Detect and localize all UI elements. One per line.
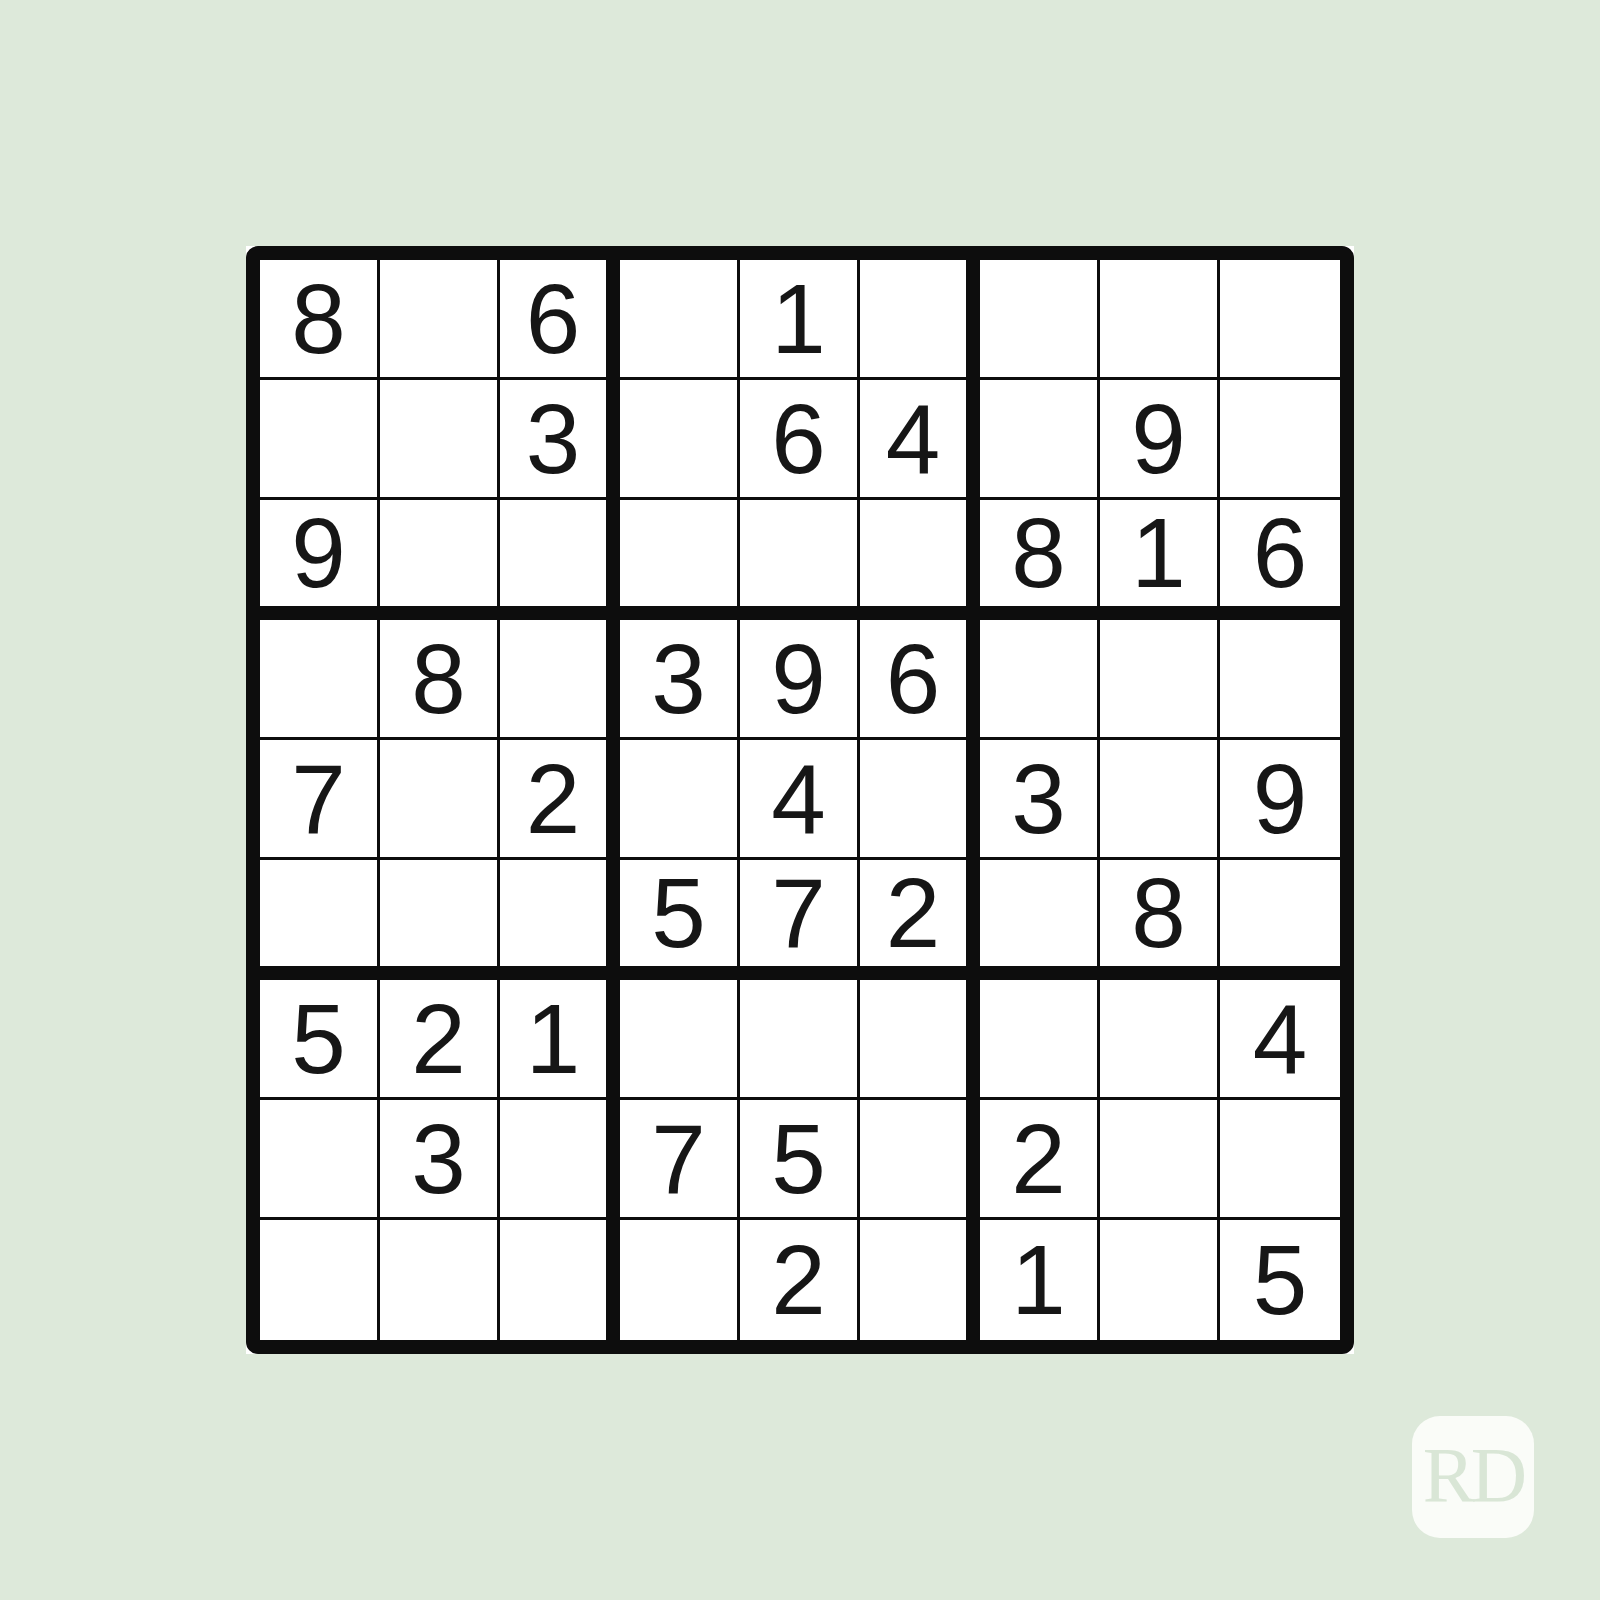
cell-r8c1[interactable] xyxy=(260,1100,380,1220)
cell-r6c5: 7 xyxy=(740,860,860,980)
cell-r5c7: 3 xyxy=(980,740,1100,860)
cell-r2c9[interactable] xyxy=(1220,380,1340,500)
cell-r1c3: 6 xyxy=(500,260,620,380)
cell-r8c2: 3 xyxy=(380,1100,500,1220)
cell-r2c7[interactable] xyxy=(980,380,1100,500)
cell-r3c4[interactable] xyxy=(620,500,740,620)
cell-r9c7: 1 xyxy=(980,1220,1100,1340)
cell-r7c2: 2 xyxy=(380,980,500,1100)
cell-r9c1[interactable] xyxy=(260,1220,380,1340)
cell-r5c2[interactable] xyxy=(380,740,500,860)
cell-r3c2[interactable] xyxy=(380,500,500,620)
cell-r4c2: 8 xyxy=(380,620,500,740)
cell-r5c9: 9 xyxy=(1220,740,1340,860)
cell-r8c8[interactable] xyxy=(1100,1100,1220,1220)
cell-r7c6[interactable] xyxy=(860,980,980,1100)
cell-r3c8: 1 xyxy=(1100,500,1220,620)
cell-r7c7[interactable] xyxy=(980,980,1100,1100)
cell-r5c5: 4 xyxy=(740,740,860,860)
cell-r4c1[interactable] xyxy=(260,620,380,740)
cell-r2c2[interactable] xyxy=(380,380,500,500)
cell-r2c8: 9 xyxy=(1100,380,1220,500)
cell-r1c2[interactable] xyxy=(380,260,500,380)
cell-r6c6: 2 xyxy=(860,860,980,980)
page-background: 86136499816839672439572852143752215 RD xyxy=(0,0,1600,1600)
cell-r4c9[interactable] xyxy=(1220,620,1340,740)
cell-r1c8[interactable] xyxy=(1100,260,1220,380)
cell-r2c3: 3 xyxy=(500,380,620,500)
cell-r6c1[interactable] xyxy=(260,860,380,980)
cell-r6c2[interactable] xyxy=(380,860,500,980)
cell-r3c9: 6 xyxy=(1220,500,1340,620)
cell-r7c1: 5 xyxy=(260,980,380,1100)
sudoku-grid: 86136499816839672439572852143752215 xyxy=(246,246,1354,1354)
rd-logo: RD xyxy=(1412,1416,1534,1538)
cell-r3c1: 9 xyxy=(260,500,380,620)
cell-r9c8[interactable] xyxy=(1100,1220,1220,1340)
rd-logo-text: RD xyxy=(1423,1430,1523,1520)
cell-r4c5: 9 xyxy=(740,620,860,740)
cell-r1c1: 8 xyxy=(260,260,380,380)
cell-r3c5[interactable] xyxy=(740,500,860,620)
cell-r4c8[interactable] xyxy=(1100,620,1220,740)
cell-r2c4[interactable] xyxy=(620,380,740,500)
cell-r5c8[interactable] xyxy=(1100,740,1220,860)
cell-r6c7[interactable] xyxy=(980,860,1100,980)
cell-r8c3[interactable] xyxy=(500,1100,620,1220)
cell-r7c9: 4 xyxy=(1220,980,1340,1100)
cell-r2c5: 6 xyxy=(740,380,860,500)
cell-r5c4[interactable] xyxy=(620,740,740,860)
cell-r2c1[interactable] xyxy=(260,380,380,500)
cell-r8c6[interactable] xyxy=(860,1100,980,1220)
cell-r8c5: 5 xyxy=(740,1100,860,1220)
cell-r8c4: 7 xyxy=(620,1100,740,1220)
cell-r4c6: 6 xyxy=(860,620,980,740)
cell-r4c7[interactable] xyxy=(980,620,1100,740)
cell-r8c7: 2 xyxy=(980,1100,1100,1220)
cell-r1c5: 1 xyxy=(740,260,860,380)
sudoku-board: 86136499816839672439572852143752215 xyxy=(246,246,1354,1354)
cell-r4c4: 3 xyxy=(620,620,740,740)
cell-r2c6: 4 xyxy=(860,380,980,500)
cell-r7c5[interactable] xyxy=(740,980,860,1100)
cell-r3c7: 8 xyxy=(980,500,1100,620)
cell-r5c6[interactable] xyxy=(860,740,980,860)
cell-r7c4[interactable] xyxy=(620,980,740,1100)
cell-r7c8[interactable] xyxy=(1100,980,1220,1100)
cell-r6c9[interactable] xyxy=(1220,860,1340,980)
cell-r9c6[interactable] xyxy=(860,1220,980,1340)
cell-r5c3: 2 xyxy=(500,740,620,860)
cell-r5c1: 7 xyxy=(260,740,380,860)
cell-r6c8: 8 xyxy=(1100,860,1220,980)
cell-r9c4[interactable] xyxy=(620,1220,740,1340)
cell-r1c7[interactable] xyxy=(980,260,1100,380)
cell-r4c3[interactable] xyxy=(500,620,620,740)
cell-r9c3[interactable] xyxy=(500,1220,620,1340)
cell-r8c9[interactable] xyxy=(1220,1100,1340,1220)
cell-r9c5: 2 xyxy=(740,1220,860,1340)
cell-r1c6[interactable] xyxy=(860,260,980,380)
cell-r3c6[interactable] xyxy=(860,500,980,620)
cell-r3c3[interactable] xyxy=(500,500,620,620)
cell-r6c3[interactable] xyxy=(500,860,620,980)
cell-r1c4[interactable] xyxy=(620,260,740,380)
cell-r9c9: 5 xyxy=(1220,1220,1340,1340)
cell-r1c9[interactable] xyxy=(1220,260,1340,380)
cell-r7c3: 1 xyxy=(500,980,620,1100)
cell-r9c2[interactable] xyxy=(380,1220,500,1340)
cell-r6c4: 5 xyxy=(620,860,740,980)
